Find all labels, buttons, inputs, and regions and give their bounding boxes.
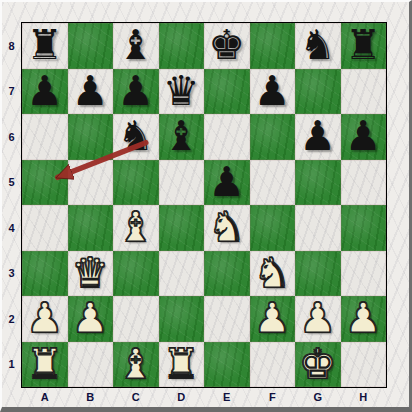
square-c8[interactable]: ♝: [113, 23, 159, 69]
rank-labels: 87654321: [2, 23, 21, 387]
square-e2[interactable]: [204, 296, 250, 342]
square-h6[interactable]: ♟: [341, 114, 387, 160]
rank-label-5: 5: [2, 160, 21, 206]
piece-black-queen: ♛: [159, 69, 205, 115]
square-g4[interactable]: [295, 205, 341, 251]
piece-white-pawn: ♟: [68, 296, 114, 342]
piece-black-bishop: ♝: [113, 23, 159, 69]
square-f5[interactable]: [250, 160, 296, 206]
piece-black-bishop: ♝: [159, 114, 205, 160]
square-h1[interactable]: [341, 342, 387, 388]
chess-board: ♜♝♚♞♜♟♟♟♛♟♞♝♟♟♟♝♞♛♞♟♟♟♟♟♜♝♜♚: [21, 22, 387, 388]
square-c3[interactable]: [113, 251, 159, 297]
piece-black-pawn: ♟: [113, 69, 159, 115]
square-g7[interactable]: [295, 69, 341, 115]
piece-white-pawn: ♟: [250, 296, 296, 342]
square-d8[interactable]: [159, 23, 205, 69]
square-d5[interactable]: [159, 160, 205, 206]
square-g2[interactable]: ♟: [295, 296, 341, 342]
square-b7[interactable]: ♟: [68, 69, 114, 115]
square-h7[interactable]: [341, 69, 387, 115]
square-b3[interactable]: ♛: [68, 251, 114, 297]
square-a3[interactable]: [22, 251, 68, 297]
file-label-f: F: [250, 389, 296, 405]
file-label-b: B: [68, 389, 114, 405]
square-f1[interactable]: [250, 342, 296, 388]
square-h4[interactable]: [341, 205, 387, 251]
square-e8[interactable]: ♚: [204, 23, 250, 69]
square-f6[interactable]: [250, 114, 296, 160]
piece-black-pawn: ♟: [68, 69, 114, 115]
file-label-h: H: [341, 389, 387, 405]
piece-white-king: ♚: [295, 342, 341, 388]
file-label-a: A: [22, 389, 68, 405]
piece-black-knight: ♞: [295, 23, 341, 69]
square-c2[interactable]: [113, 296, 159, 342]
square-f4[interactable]: [250, 205, 296, 251]
square-f2[interactable]: ♟: [250, 296, 296, 342]
square-d6[interactable]: ♝: [159, 114, 205, 160]
square-b1[interactable]: [68, 342, 114, 388]
piece-white-rook: ♜: [22, 342, 68, 388]
square-a1[interactable]: ♜: [22, 342, 68, 388]
square-d1[interactable]: ♜: [159, 342, 205, 388]
piece-black-knight: ♞: [113, 114, 159, 160]
square-e4[interactable]: ♞: [204, 205, 250, 251]
piece-white-knight: ♞: [204, 205, 250, 251]
square-a7[interactable]: ♟: [22, 69, 68, 115]
square-g6[interactable]: ♟: [295, 114, 341, 160]
rank-label-2: 2: [2, 296, 21, 342]
square-a4[interactable]: [22, 205, 68, 251]
file-label-g: G: [295, 389, 341, 405]
square-e6[interactable]: [204, 114, 250, 160]
rank-label-3: 3: [2, 251, 21, 297]
square-c7[interactable]: ♟: [113, 69, 159, 115]
square-e7[interactable]: [204, 69, 250, 115]
rank-label-4: 4: [2, 205, 21, 251]
rank-label-1: 1: [2, 342, 21, 388]
square-f8[interactable]: [250, 23, 296, 69]
piece-black-pawn: ♟: [250, 69, 296, 115]
piece-black-king: ♚: [204, 23, 250, 69]
chess-diagram: 87654321 ♜♝♚♞♜♟♟♟♛♟♞♝♟♟♟♝♞♛♞♟♟♟♟♟♜♝♜♚ AB…: [0, 0, 412, 412]
piece-black-pawn: ♟: [22, 69, 68, 115]
square-e5[interactable]: ♟: [204, 160, 250, 206]
piece-black-pawn: ♟: [341, 114, 387, 160]
piece-black-pawn: ♟: [295, 114, 341, 160]
piece-white-pawn: ♟: [22, 296, 68, 342]
file-label-c: C: [113, 389, 159, 405]
square-g3[interactable]: [295, 251, 341, 297]
piece-white-pawn: ♟: [341, 296, 387, 342]
square-h3[interactable]: [341, 251, 387, 297]
square-c6[interactable]: ♞: [113, 114, 159, 160]
file-label-d: D: [159, 389, 205, 405]
square-d2[interactable]: [159, 296, 205, 342]
piece-white-queen: ♛: [68, 251, 114, 297]
piece-white-rook: ♜: [159, 342, 205, 388]
square-a6[interactable]: [22, 114, 68, 160]
square-a2[interactable]: ♟: [22, 296, 68, 342]
square-g8[interactable]: ♞: [295, 23, 341, 69]
square-b5[interactable]: [68, 160, 114, 206]
square-f7[interactable]: ♟: [250, 69, 296, 115]
file-label-e: E: [204, 389, 250, 405]
square-b6[interactable]: [68, 114, 114, 160]
square-c5[interactable]: [113, 160, 159, 206]
square-b2[interactable]: ♟: [68, 296, 114, 342]
piece-white-bishop: ♝: [113, 342, 159, 388]
square-h8[interactable]: ♜: [341, 23, 387, 69]
square-c1[interactable]: ♝: [113, 342, 159, 388]
rank-label-8: 8: [2, 23, 21, 69]
square-h2[interactable]: ♟: [341, 296, 387, 342]
piece-black-rook: ♜: [22, 23, 68, 69]
square-c4[interactable]: ♝: [113, 205, 159, 251]
piece-white-knight: ♞: [250, 251, 296, 297]
file-labels: ABCDEFGH: [22, 389, 386, 405]
square-h5[interactable]: [341, 160, 387, 206]
square-a8[interactable]: ♜: [22, 23, 68, 69]
piece-black-rook: ♜: [341, 23, 387, 69]
square-b4[interactable]: [68, 205, 114, 251]
rank-label-7: 7: [2, 69, 21, 115]
square-g5[interactable]: [295, 160, 341, 206]
square-b8[interactable]: [68, 23, 114, 69]
piece-black-pawn: ♟: [204, 160, 250, 206]
square-f3[interactable]: ♞: [250, 251, 296, 297]
square-g1[interactable]: ♚: [295, 342, 341, 388]
square-e1[interactable]: [204, 342, 250, 388]
piece-white-pawn: ♟: [295, 296, 341, 342]
square-a5[interactable]: [22, 160, 68, 206]
square-d3[interactable]: [159, 251, 205, 297]
square-d7[interactable]: ♛: [159, 69, 205, 115]
rank-label-6: 6: [2, 114, 21, 160]
piece-white-bishop: ♝: [113, 205, 159, 251]
square-e3[interactable]: [204, 251, 250, 297]
square-d4[interactable]: [159, 205, 205, 251]
